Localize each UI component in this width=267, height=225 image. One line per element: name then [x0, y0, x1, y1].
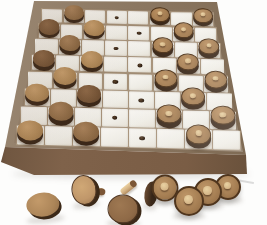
square-r2c4 [105, 25, 127, 41]
piece-peg [184, 195, 193, 204]
piece-peg [166, 110, 172, 115]
square-r5c5 [128, 73, 153, 91]
piece-peg [220, 112, 226, 117]
piece-face [54, 66, 77, 85]
square-r2c3[interactable] [83, 24, 105, 40]
piece-face [156, 104, 181, 124]
square-r8c2 [44, 126, 72, 147]
square-r8c5[interactable] [128, 128, 156, 149]
tile [129, 74, 153, 91]
square-r3c6[interactable] [151, 41, 174, 58]
piece-face [186, 124, 212, 145]
loose-flat-disc[interactable] [25, 191, 63, 222]
checker-pegged-r6c7[interactable] [181, 87, 205, 110]
piece-peg [195, 130, 202, 135]
checker-flat-r3c2[interactable] [59, 34, 80, 55]
square-r3c5 [128, 41, 151, 58]
square-r7c6[interactable] [155, 109, 182, 129]
square-r8c3[interactable] [72, 126, 100, 147]
checker-flat-r1c2[interactable] [64, 4, 84, 23]
square-r7c4[interactable] [101, 108, 128, 128]
square-r6c4 [102, 90, 128, 109]
checker-flat-r6c3[interactable] [77, 84, 101, 107]
checker-pegged-r3c6[interactable] [152, 37, 173, 58]
square-r7c8[interactable] [209, 111, 236, 131]
piece-peg [206, 43, 212, 47]
loose-tilted-mushroom[interactable] [108, 195, 139, 224]
square-r7c5 [128, 109, 155, 129]
checker-flat-r4c1[interactable] [32, 49, 54, 71]
peg-stem [119, 180, 137, 196]
piece-peg [190, 93, 196, 98]
piece-face [25, 83, 49, 102]
tile [45, 126, 72, 145]
square-r5c2[interactable] [53, 71, 78, 89]
checker-pegged-r3c8[interactable] [198, 38, 219, 59]
checker-pegged-r8c7[interactable] [186, 124, 212, 149]
piece-face [198, 38, 219, 55]
piece-peg [185, 59, 191, 64]
checker-flat-r2c1[interactable] [39, 19, 60, 39]
piece-face [84, 20, 105, 37]
square-r1c5 [128, 10, 150, 26]
piece-peg [163, 75, 169, 80]
checker-pegged-r4c7[interactable] [177, 53, 199, 75]
piece-peg [200, 13, 205, 17]
square-r1c8[interactable] [192, 12, 214, 28]
square-r4c4 [104, 56, 128, 73]
piece-face [77, 84, 101, 103]
tile [103, 91, 128, 108]
tile [129, 109, 155, 127]
square-r6c5[interactable] [128, 91, 154, 110]
square-r5c6[interactable] [153, 74, 178, 92]
piece-face [108, 195, 139, 224]
piece-face [39, 19, 60, 36]
piece-face [59, 34, 80, 51]
piece-face [181, 87, 205, 106]
checker-pegged-r2c7[interactable] [173, 22, 194, 42]
square-r8c6 [157, 128, 185, 149]
peg-hole [137, 64, 142, 68]
peg-hole [112, 116, 118, 120]
piece-peg [213, 76, 219, 81]
tile [213, 130, 240, 149]
scene [0, 0, 267, 225]
square-r1c4[interactable] [106, 10, 128, 26]
piece-peg [203, 186, 211, 194]
piece-peg [157, 12, 162, 16]
tile [101, 128, 128, 147]
checker-pegged-r1c6[interactable] [150, 6, 170, 25]
piece-face [17, 120, 43, 141]
square-r8c4 [100, 127, 128, 148]
checker-pegged-r7c6[interactable] [156, 104, 181, 128]
checker-pegged-r7c8[interactable] [210, 105, 235, 129]
checker-flat-r7c2[interactable] [48, 101, 73, 125]
piece-face [173, 22, 194, 39]
square-r2c5[interactable] [128, 25, 150, 41]
square-r6c3[interactable] [76, 89, 102, 108]
square-r7c2[interactable] [47, 107, 74, 127]
checker-flat-r2c3[interactable] [84, 20, 105, 40]
square-r2c1[interactable] [38, 23, 60, 39]
tile [157, 129, 184, 148]
checker-flat-r8c3[interactable] [73, 121, 99, 146]
peg-hole [113, 80, 118, 84]
checker-flat-r5c2[interactable] [54, 66, 77, 88]
square-r3c4[interactable] [105, 40, 128, 57]
checker-pegged-r1c8[interactable] [193, 7, 213, 26]
square-r8c7[interactable] [185, 129, 213, 150]
checker-flat-r6c1[interactable] [25, 83, 49, 106]
square-r3c2[interactable] [58, 39, 81, 56]
loose-side-mushroom[interactable] [70, 173, 99, 206]
square-r4c5[interactable] [128, 57, 152, 74]
square-r4c3[interactable] [80, 55, 104, 72]
square-r5c4[interactable] [103, 72, 128, 90]
square-r8c1[interactable] [16, 125, 44, 146]
piece-face [48, 101, 73, 121]
piece-face [204, 70, 227, 89]
square-r3c8[interactable] [197, 42, 220, 59]
board-row-8 [16, 125, 241, 150]
square-r5c8[interactable] [203, 75, 228, 93]
piece-peg [181, 27, 186, 31]
checker-pegged-r5c6[interactable] [154, 69, 177, 91]
piece-face [210, 105, 235, 125]
peg-hole [115, 16, 120, 19]
checker-flat-r4c3[interactable] [81, 51, 103, 73]
piece-peg [160, 42, 166, 46]
square-r2c7[interactable] [172, 26, 194, 42]
piece-face [152, 37, 173, 54]
checker-pegged-r5c8[interactable] [204, 70, 227, 92]
tile [106, 25, 127, 40]
peg-hole [114, 47, 119, 51]
tile [128, 41, 150, 56]
tile [128, 11, 148, 25]
square-r1c6[interactable] [149, 11, 171, 27]
square-r1c2[interactable] [63, 8, 85, 24]
square-r6c1[interactable] [24, 88, 50, 107]
checker-flat-r8c1[interactable] [17, 120, 43, 145]
piece-face [73, 121, 99, 142]
tile [104, 57, 127, 73]
square-r4c1[interactable] [31, 54, 55, 71]
square-r6c7[interactable] [180, 92, 206, 111]
loose-pegged-disc[interactable] [174, 186, 204, 216]
piece-face [154, 69, 177, 88]
square-r8c8 [213, 130, 241, 151]
square-r4c7[interactable] [176, 58, 200, 75]
piece-peg [160, 182, 168, 190]
